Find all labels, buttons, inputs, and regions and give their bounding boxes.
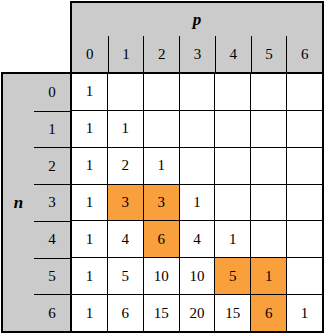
row-header-cell-n0: 0 bbox=[34, 74, 70, 111]
grid-cell-n1-p5 bbox=[251, 111, 286, 147]
column-header-cell-p4: 4 bbox=[215, 36, 251, 72]
column-header-cell-p3: 3 bbox=[179, 36, 215, 72]
grid-cell-n5-p5: 1 bbox=[251, 258, 286, 294]
grid-cell-n0-p6 bbox=[287, 74, 322, 110]
column-header-cell-p2: 2 bbox=[143, 36, 179, 72]
grid-cell-n0-p5 bbox=[251, 74, 286, 110]
grid-cell-n2-p2: 1 bbox=[144, 148, 179, 184]
grid-cell-n3-p3: 1 bbox=[180, 185, 215, 221]
pascals-triangle-table: p 0123456 n 0123456 11112113311464115101… bbox=[0, 0, 325, 334]
n-axis-label: n bbox=[3, 74, 34, 331]
grid-cell-n5-p3: 10 bbox=[180, 258, 215, 294]
row-header-cell-n3: 3 bbox=[34, 184, 70, 221]
grid-cell-n6-p6: 1 bbox=[287, 295, 322, 331]
grid-cell-n6-p4: 15 bbox=[215, 295, 250, 331]
row-header-block: n 0123456 bbox=[1, 72, 72, 333]
grid-cell-n1-p2 bbox=[144, 111, 179, 147]
grid-cell-n2-p1: 2 bbox=[108, 148, 143, 184]
grid-cell-n5-p6 bbox=[287, 258, 322, 294]
grid-cell-n6-p5: 6 bbox=[251, 295, 286, 331]
grid-cell-n1-p4 bbox=[215, 111, 250, 147]
column-header-block: p 0123456 bbox=[70, 1, 324, 74]
grid-cell-n2-p5 bbox=[251, 148, 286, 184]
grid-cell-n0-p1 bbox=[108, 74, 143, 110]
grid-cell-n4-p2: 6 bbox=[144, 221, 179, 257]
grid-cell-n3-p5 bbox=[251, 185, 286, 221]
row-label-column: 0123456 bbox=[34, 74, 70, 331]
grid-cell-n3-p0: 1 bbox=[72, 185, 107, 221]
grid-cell-n4-p3: 4 bbox=[180, 221, 215, 257]
row-header-cell-n6: 6 bbox=[34, 294, 70, 331]
grid-cell-n2-p6 bbox=[287, 148, 322, 184]
coefficient-grid: 111121133114641151010511615201561 bbox=[70, 72, 324, 333]
grid-cell-n4-p0: 1 bbox=[72, 221, 107, 257]
row-header-cell-n4: 4 bbox=[34, 221, 70, 258]
grid-cell-n6-p2: 15 bbox=[144, 295, 179, 331]
column-header-cell-p6: 6 bbox=[286, 36, 322, 72]
grid-cell-n5-p4: 5 bbox=[215, 258, 250, 294]
grid-cell-n4-p4: 1 bbox=[215, 221, 250, 257]
grid-cell-n0-p0: 1 bbox=[72, 74, 107, 110]
grid-cell-n0-p3 bbox=[180, 74, 215, 110]
grid-cell-n5-p1: 5 bbox=[108, 258, 143, 294]
column-header-cell-p5: 5 bbox=[251, 36, 287, 72]
grid-cell-n5-p0: 1 bbox=[72, 258, 107, 294]
grid-cell-n0-p4 bbox=[215, 74, 250, 110]
grid-cell-n2-p0: 1 bbox=[72, 148, 107, 184]
row-header-cell-n2: 2 bbox=[34, 147, 70, 184]
row-header-cell-n1: 1 bbox=[34, 111, 70, 148]
grid-cell-n5-p2: 10 bbox=[144, 258, 179, 294]
grid-cell-n6-p0: 1 bbox=[72, 295, 107, 331]
grid-cell-n4-p5 bbox=[251, 221, 286, 257]
grid-cell-n6-p1: 6 bbox=[108, 295, 143, 331]
row-header-cell-n5: 5 bbox=[34, 258, 70, 295]
column-header-cell-p0: 0 bbox=[72, 36, 108, 72]
grid-cell-n1-p1: 1 bbox=[108, 111, 143, 147]
grid-cell-n3-p4 bbox=[215, 185, 250, 221]
grid-cell-n1-p6 bbox=[287, 111, 322, 147]
grid-cell-n4-p1: 4 bbox=[108, 221, 143, 257]
grid-cell-n4-p6 bbox=[287, 221, 322, 257]
grid-cell-n1-p0: 1 bbox=[72, 111, 107, 147]
grid-cell-n3-p1: 3 bbox=[108, 185, 143, 221]
p-axis-label: p bbox=[72, 3, 322, 36]
grid-cell-n2-p3 bbox=[180, 148, 215, 184]
grid-cell-n3-p2: 3 bbox=[144, 185, 179, 221]
column-header-cell-p1: 1 bbox=[108, 36, 144, 72]
grid-cell-n6-p3: 20 bbox=[180, 295, 215, 331]
grid-cell-n3-p6 bbox=[287, 185, 322, 221]
grid-cell-n2-p4 bbox=[215, 148, 250, 184]
grid-cell-n0-p2 bbox=[144, 74, 179, 110]
grid-cell-n1-p3 bbox=[180, 111, 215, 147]
column-header-row: 0123456 bbox=[72, 36, 322, 72]
